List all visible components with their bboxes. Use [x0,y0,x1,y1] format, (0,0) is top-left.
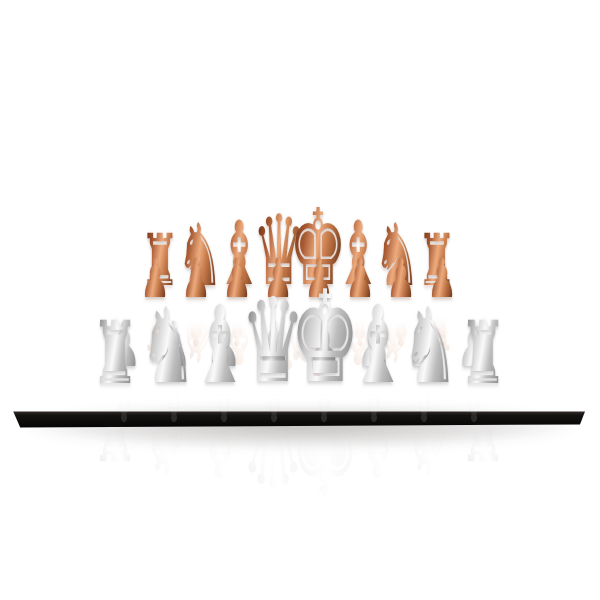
piece-silver-rook-h1[interactable]: ♜ [459,310,507,396]
photo-stage: ♜♜♞♞♝♝♛♛♚♚♝♝♞♞♜♜♟♟♟♟♟♟♟♟♟♟♟♟♟♟♟♟♟♟♟♟♟♟♟♟… [0,0,600,600]
piece-silver-rook-a1[interactable]: ♜ [91,310,139,396]
pieces-layer: ♜♜♞♞♝♝♛♛♚♚♝♝♞♞♜♜♟♟♟♟♟♟♟♟♟♟♟♟♟♟♟♟♟♟♟♟♟♟♟♟… [0,0,600,600]
piece-silver-knight-g1[interactable]: ♞ [401,294,459,398]
piece-silver-knight-b1[interactable]: ♞ [139,294,197,398]
piece-silver-bishop-f1[interactable]: ♝ [348,292,407,399]
